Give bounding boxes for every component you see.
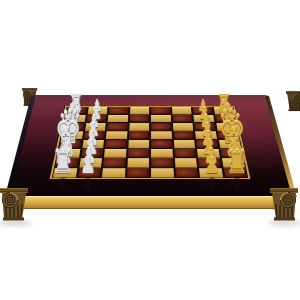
board-square[interactable] bbox=[151, 140, 172, 148]
board-foot-back-right bbox=[286, 91, 300, 114]
board-square[interactable] bbox=[130, 107, 150, 114]
scroll-foot-icon bbox=[270, 188, 298, 221]
board-square[interactable] bbox=[151, 115, 171, 122]
scroll-foot-icon bbox=[0, 188, 28, 221]
board-square[interactable] bbox=[151, 158, 173, 167]
chess-piece-gold-r[interactable]: ♜ bbox=[220, 146, 254, 178]
board-square[interactable] bbox=[127, 158, 149, 167]
board-square[interactable] bbox=[127, 149, 149, 158]
board-square[interactable] bbox=[102, 168, 125, 177]
board-square[interactable] bbox=[126, 168, 149, 177]
piece-reflection bbox=[202, 180, 208, 189]
board-square[interactable] bbox=[129, 123, 149, 131]
board-square[interactable] bbox=[128, 131, 149, 139]
chess-piece-silver-p[interactable]: ♟ bbox=[71, 155, 105, 177]
board-square[interactable] bbox=[129, 115, 149, 122]
chess-set-photo: ♜♞♝♛♚♝♞♜♟♟♟♟♟♟♟♟♟♟♟♟♟♟♟♟♜♞♝♛♚♝♞♜ bbox=[0, 0, 300, 300]
board-square[interactable] bbox=[151, 123, 171, 131]
board-square[interactable] bbox=[151, 149, 173, 158]
piece-reflection bbox=[209, 178, 215, 191]
board-square[interactable] bbox=[151, 131, 172, 139]
board-brass-band bbox=[5, 196, 295, 209]
scroll-foot-icon bbox=[286, 91, 300, 111]
board-square[interactable] bbox=[151, 107, 171, 114]
board-square[interactable] bbox=[151, 168, 174, 177]
board-square[interactable] bbox=[128, 140, 149, 148]
board-square[interactable] bbox=[103, 158, 126, 167]
board-foot-front-left bbox=[0, 188, 28, 225]
board-foot-front-right bbox=[270, 188, 298, 225]
piece-reflection bbox=[85, 178, 91, 191]
